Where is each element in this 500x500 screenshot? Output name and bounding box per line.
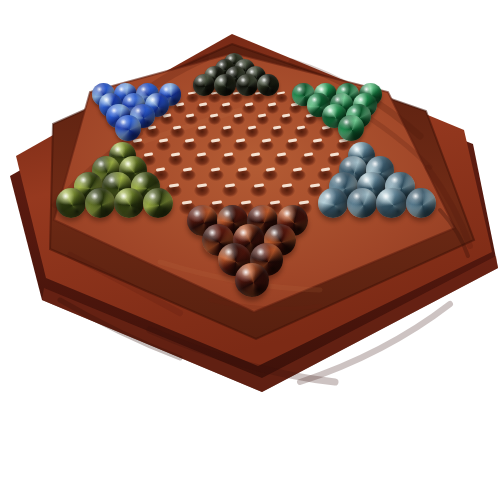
board [0,0,500,500]
product-photo [0,0,500,500]
